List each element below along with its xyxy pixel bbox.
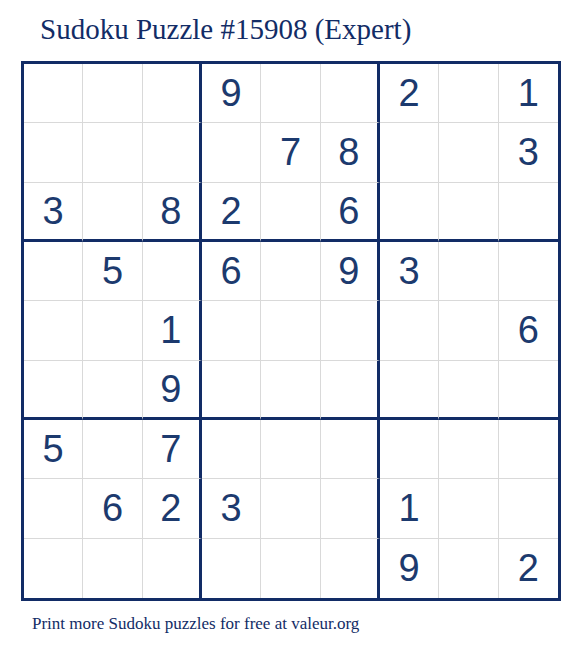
cell-r8c4[interactable]: 3 — [202, 479, 261, 538]
cell-r7c3[interactable]: 7 — [143, 420, 202, 479]
given-digit: 1 — [160, 311, 181, 349]
cell-r2c8[interactable] — [439, 123, 498, 182]
cell-r6c9[interactable] — [499, 361, 558, 420]
cell-r2c6[interactable]: 8 — [321, 123, 380, 182]
cell-r1c4[interactable]: 9 — [202, 64, 261, 123]
cell-r1c6[interactable] — [321, 64, 380, 123]
cell-r3c7[interactable] — [380, 183, 439, 242]
cell-r2c9[interactable]: 3 — [499, 123, 558, 182]
cell-r6c5[interactable] — [261, 361, 320, 420]
given-digit: 9 — [399, 549, 420, 587]
given-digit: 5 — [43, 430, 64, 468]
given-digit: 5 — [102, 252, 123, 290]
given-digit: 2 — [160, 489, 181, 527]
sudoku-page: Sudoku Puzzle #15908 (Expert) 9217833826… — [0, 0, 580, 651]
cell-r3c9[interactable] — [499, 183, 558, 242]
cell-r9c6[interactable] — [321, 539, 380, 598]
given-digit: 6 — [221, 252, 242, 290]
cell-r9c2[interactable] — [83, 539, 142, 598]
given-digit: 9 — [160, 370, 181, 408]
cell-r9c3[interactable] — [143, 539, 202, 598]
cell-r9c7[interactable]: 9 — [380, 539, 439, 598]
cell-r6c1[interactable] — [24, 361, 83, 420]
given-digit: 2 — [399, 74, 420, 112]
cell-r2c1[interactable] — [24, 123, 83, 182]
cell-r5c6[interactable] — [321, 301, 380, 360]
cell-r1c5[interactable] — [261, 64, 320, 123]
cell-r2c4[interactable] — [202, 123, 261, 182]
cell-r6c2[interactable] — [83, 361, 142, 420]
cell-r2c5[interactable]: 7 — [261, 123, 320, 182]
cell-r8c7[interactable]: 1 — [380, 479, 439, 538]
cell-r6c3[interactable]: 9 — [143, 361, 202, 420]
cell-r5c1[interactable] — [24, 301, 83, 360]
cell-r3c6[interactable]: 6 — [321, 183, 380, 242]
cell-r7c5[interactable] — [261, 420, 320, 479]
cell-r1c1[interactable] — [24, 64, 83, 123]
cell-r7c9[interactable] — [499, 420, 558, 479]
cell-r4c9[interactable] — [499, 242, 558, 301]
given-digit: 7 — [160, 430, 181, 468]
cell-r8c2[interactable]: 6 — [83, 479, 142, 538]
cell-r7c1[interactable]: 5 — [24, 420, 83, 479]
cell-r4c3[interactable] — [143, 242, 202, 301]
cell-r3c2[interactable] — [83, 183, 142, 242]
cell-r2c3[interactable] — [143, 123, 202, 182]
cell-r9c9[interactable]: 2 — [499, 539, 558, 598]
cell-r6c6[interactable] — [321, 361, 380, 420]
cell-r4c7[interactable]: 3 — [380, 242, 439, 301]
cell-r7c8[interactable] — [439, 420, 498, 479]
given-digit: 7 — [280, 133, 301, 171]
cell-r6c7[interactable] — [380, 361, 439, 420]
cell-r3c4[interactable]: 2 — [202, 183, 261, 242]
given-digit: 8 — [338, 133, 359, 171]
given-digit: 2 — [221, 192, 242, 230]
cell-r2c2[interactable] — [83, 123, 142, 182]
given-digit: 6 — [102, 489, 123, 527]
cell-r9c1[interactable] — [24, 539, 83, 598]
given-digit: 2 — [518, 549, 539, 587]
cell-r8c9[interactable] — [499, 479, 558, 538]
cell-r1c3[interactable] — [143, 64, 202, 123]
cell-r1c9[interactable]: 1 — [499, 64, 558, 123]
cell-r9c5[interactable] — [261, 539, 320, 598]
cell-r5c7[interactable] — [380, 301, 439, 360]
given-digit: 8 — [160, 192, 181, 230]
page-title: Sudoku Puzzle #15908 (Expert) — [40, 13, 411, 46]
given-digit: 3 — [518, 133, 539, 171]
cell-r6c4[interactable] — [202, 361, 261, 420]
given-digit: 1 — [399, 489, 420, 527]
cell-r9c8[interactable] — [439, 539, 498, 598]
cell-r7c2[interactable] — [83, 420, 142, 479]
given-digit: 6 — [518, 311, 539, 349]
cell-r4c1[interactable] — [24, 242, 83, 301]
cell-r8c8[interactable] — [439, 479, 498, 538]
given-digit: 6 — [338, 192, 359, 230]
cell-r3c8[interactable] — [439, 183, 498, 242]
cell-r5c9[interactable]: 6 — [499, 301, 558, 360]
cell-r5c5[interactable] — [261, 301, 320, 360]
given-digit: 9 — [338, 252, 359, 290]
footer-note: Print more Sudoku puzzles for free at va… — [32, 614, 359, 634]
given-digit: 3 — [399, 252, 420, 290]
cell-r8c1[interactable] — [24, 479, 83, 538]
cell-r8c5[interactable] — [261, 479, 320, 538]
cell-r3c1[interactable]: 3 — [24, 183, 83, 242]
cell-r5c4[interactable] — [202, 301, 261, 360]
cell-r1c8[interactable] — [439, 64, 498, 123]
cell-r4c4[interactable]: 6 — [202, 242, 261, 301]
cell-r4c2[interactable]: 5 — [83, 242, 142, 301]
given-digit: 1 — [518, 74, 539, 112]
cell-r8c3[interactable]: 2 — [143, 479, 202, 538]
given-digit: 9 — [221, 74, 242, 112]
cell-r9c4[interactable] — [202, 539, 261, 598]
given-digit: 3 — [221, 489, 242, 527]
sudoku-board: 9217833826569316957623192 — [21, 61, 561, 601]
cell-r5c2[interactable] — [83, 301, 142, 360]
cell-r5c3[interactable]: 1 — [143, 301, 202, 360]
cell-r7c7[interactable] — [380, 420, 439, 479]
cell-r8c6[interactable] — [321, 479, 380, 538]
cell-r1c2[interactable] — [83, 64, 142, 123]
cell-r7c6[interactable] — [321, 420, 380, 479]
cell-r6c8[interactable] — [439, 361, 498, 420]
given-digit: 3 — [43, 192, 64, 230]
cell-r7c4[interactable] — [202, 420, 261, 479]
cell-r4c6[interactable]: 9 — [321, 242, 380, 301]
cell-r3c3[interactable]: 8 — [143, 183, 202, 242]
cell-r1c7[interactable]: 2 — [380, 64, 439, 123]
cell-r5c8[interactable] — [439, 301, 498, 360]
cell-r4c8[interactable] — [439, 242, 498, 301]
cell-r4c5[interactable] — [261, 242, 320, 301]
cell-r3c5[interactable] — [261, 183, 320, 242]
cell-r2c7[interactable] — [380, 123, 439, 182]
